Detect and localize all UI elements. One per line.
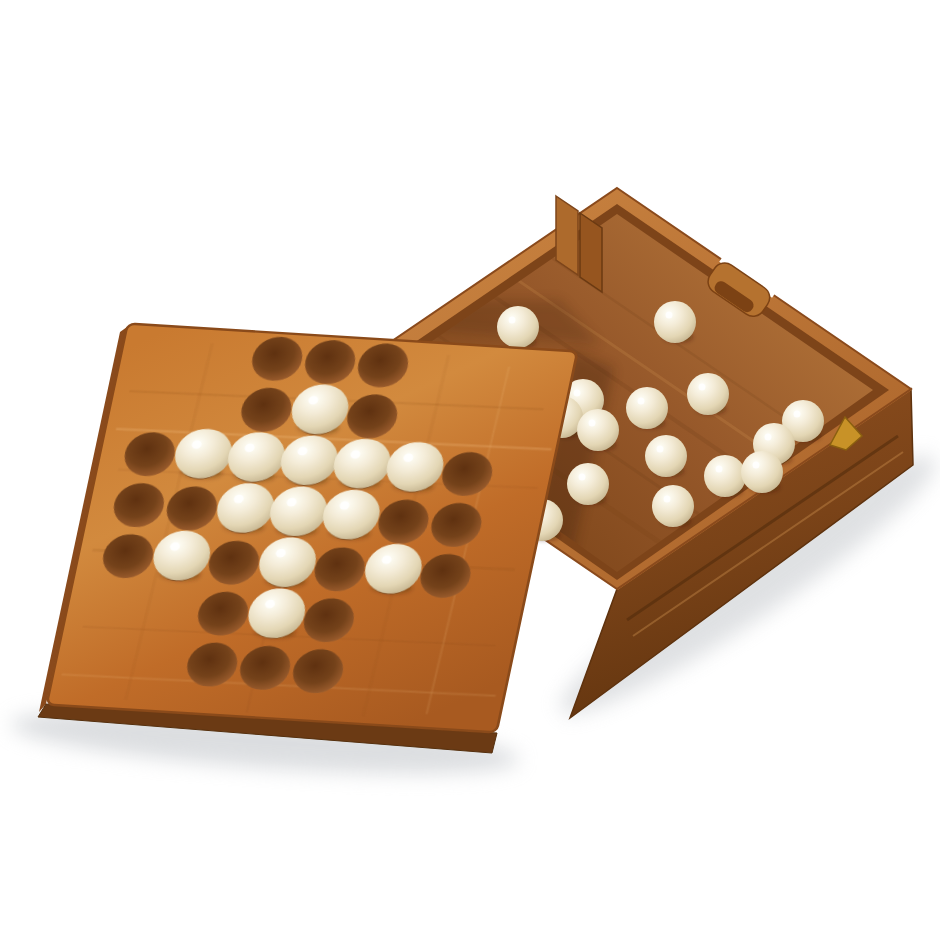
marble-specular-highlight: [716, 466, 723, 473]
marble-specular-highlight: [666, 312, 673, 319]
solitaire-board: [47, 324, 578, 733]
box-marble[interactable]: [687, 373, 729, 415]
marble-specular-highlight: [574, 390, 581, 397]
box-marble[interactable]: [652, 485, 694, 527]
marble-specular-highlight: [794, 411, 801, 418]
marble-specular-highlight: [765, 434, 772, 441]
marble-specular-highlight: [664, 496, 671, 503]
rail-tab-back: [556, 196, 578, 275]
marble-specular-highlight: [589, 420, 596, 427]
box-marble[interactable]: [626, 387, 668, 429]
peg-solitaire-photo: [0, 0, 940, 940]
marble-specular-highlight: [579, 474, 586, 481]
rail-tab-front: [580, 213, 602, 292]
marble-specular-highlight: [638, 398, 645, 405]
box-marble[interactable]: [741, 451, 783, 493]
marble-specular-highlight: [509, 317, 516, 324]
box-marble[interactable]: [567, 463, 609, 505]
box-marble[interactable]: [704, 455, 746, 497]
marble-specular-highlight: [753, 462, 760, 469]
box-marble[interactable]: [645, 435, 687, 477]
box-marble[interactable]: [577, 409, 619, 451]
product-photo-scene: [0, 0, 940, 940]
box-marble[interactable]: [654, 301, 696, 343]
box-marble[interactable]: [497, 306, 539, 348]
marble-specular-highlight: [699, 384, 706, 391]
marble-specular-highlight: [657, 446, 664, 453]
